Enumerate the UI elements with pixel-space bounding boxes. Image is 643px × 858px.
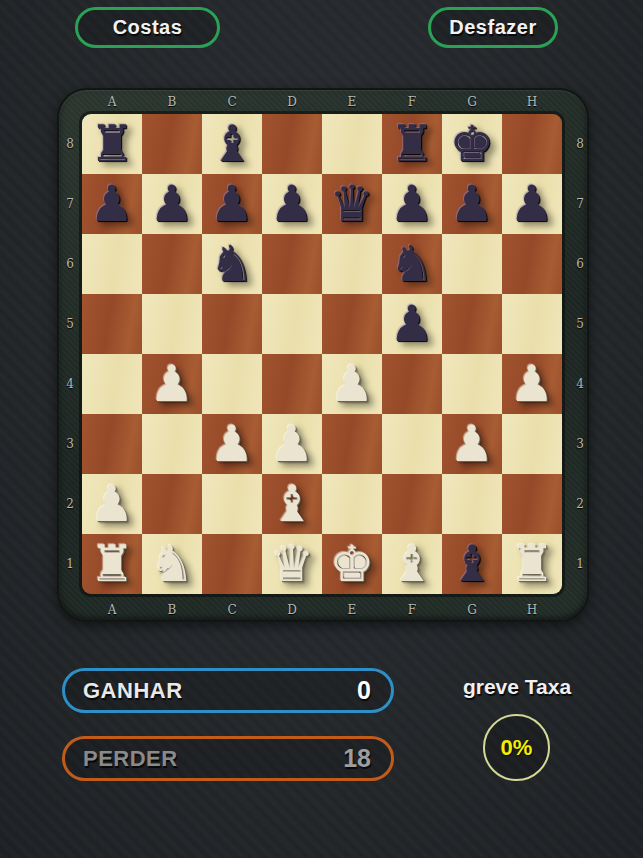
square-b1[interactable]: ♞ — [142, 534, 202, 594]
file-label-bottom-e: E — [342, 602, 362, 618]
square-d3[interactable]: ♟ — [262, 414, 322, 474]
square-a1[interactable]: ♜ — [82, 534, 142, 594]
square-g3[interactable]: ♟ — [442, 414, 502, 474]
piece-white-queen-d1[interactable]: ♛ — [270, 534, 315, 594]
square-e8[interactable] — [322, 114, 382, 174]
square-c6[interactable]: ♞ — [202, 234, 262, 294]
square-f7[interactable]: ♟ — [382, 174, 442, 234]
piece-white-bishop-f1[interactable]: ♝ — [390, 534, 435, 594]
file-label-bottom-b: B — [162, 602, 182, 618]
losses-box: PERDER 18 — [62, 736, 394, 781]
piece-white-pawn-b4[interactable]: ♟ — [150, 354, 195, 414]
piece-white-pawn-e4[interactable]: ♟ — [330, 354, 375, 414]
rank-label-right-1: 1 — [570, 556, 590, 572]
file-label-bottom-f: F — [402, 602, 422, 618]
piece-black-knight-c6[interactable]: ♞ — [210, 234, 255, 294]
losses-value: 18 — [343, 744, 371, 773]
square-f6[interactable]: ♞ — [382, 234, 442, 294]
rank-label-left-4: 4 — [60, 376, 80, 392]
file-label-top-f: F — [402, 94, 422, 110]
square-h5[interactable] — [502, 294, 562, 354]
square-c5[interactable] — [202, 294, 262, 354]
square-h6[interactable] — [502, 234, 562, 294]
file-label-top-g: G — [462, 94, 482, 110]
rank-label-right-5: 5 — [570, 316, 590, 332]
file-label-top-e: E — [342, 94, 362, 110]
square-a4[interactable] — [82, 354, 142, 414]
rank-label-right-8: 8 — [570, 136, 590, 152]
rank-label-right-2: 2 — [570, 496, 590, 512]
rank-label-left-3: 3 — [60, 436, 80, 452]
square-b2[interactable] — [142, 474, 202, 534]
square-b6[interactable] — [142, 234, 202, 294]
piece-black-queen-e7[interactable]: ♛ — [330, 174, 375, 234]
wins-value: 0 — [357, 676, 371, 705]
rank-label-left-1: 1 — [60, 556, 80, 572]
undo-button[interactable]: Desfazer — [428, 7, 558, 48]
piece-black-pawn-b7[interactable]: ♟ — [150, 174, 195, 234]
rank-label-left-2: 2 — [60, 496, 80, 512]
square-a8[interactable]: ♜ — [82, 114, 142, 174]
file-label-bottom-g: G — [462, 602, 482, 618]
square-c7[interactable]: ♟ — [202, 174, 262, 234]
file-label-bottom-a: A — [102, 602, 122, 618]
piece-white-rook-h1[interactable]: ♜ — [510, 534, 555, 594]
square-a3[interactable] — [82, 414, 142, 474]
file-label-bottom-c: C — [222, 602, 242, 618]
square-b4[interactable]: ♟ — [142, 354, 202, 414]
square-f8[interactable]: ♜ — [382, 114, 442, 174]
square-g5[interactable] — [442, 294, 502, 354]
piece-black-pawn-f5[interactable]: ♟ — [390, 294, 435, 354]
rank-label-right-6: 6 — [570, 256, 590, 272]
square-d4[interactable] — [262, 354, 322, 414]
piece-black-rook-a8[interactable]: ♜ — [90, 114, 135, 174]
square-c1[interactable] — [202, 534, 262, 594]
square-h1[interactable]: ♜ — [502, 534, 562, 594]
piece-black-pawn-a7[interactable]: ♟ — [90, 174, 135, 234]
piece-black-pawn-d7[interactable]: ♟ — [270, 174, 315, 234]
square-h3[interactable] — [502, 414, 562, 474]
piece-black-pawn-g7[interactable]: ♟ — [450, 174, 495, 234]
rank-label-left-6: 6 — [60, 256, 80, 272]
file-label-bottom-d: D — [282, 602, 302, 618]
rank-label-right-7: 7 — [570, 196, 590, 212]
piece-black-knight-f6[interactable]: ♞ — [390, 234, 435, 294]
rank-label-left-5: 5 — [60, 316, 80, 332]
square-c3[interactable]: ♟ — [202, 414, 262, 474]
piece-white-pawn-d3[interactable]: ♟ — [270, 414, 315, 474]
square-f1[interactable]: ♝ — [382, 534, 442, 594]
piece-black-pawn-f7[interactable]: ♟ — [390, 174, 435, 234]
square-a5[interactable] — [82, 294, 142, 354]
square-f2[interactable] — [382, 474, 442, 534]
chess-board-frame: AABBCCDDEEFFGGHH8877665544332211 ♜♝♜♚♟♟♟… — [57, 88, 589, 622]
square-f3[interactable] — [382, 414, 442, 474]
square-g4[interactable] — [442, 354, 502, 414]
square-d6[interactable] — [262, 234, 322, 294]
square-h4[interactable]: ♟ — [502, 354, 562, 414]
strike-rate-label: greve Taxa — [432, 675, 602, 699]
piece-black-rook-f8[interactable]: ♜ — [390, 114, 435, 174]
square-a2[interactable]: ♟ — [82, 474, 142, 534]
square-h2[interactable] — [502, 474, 562, 534]
square-b5[interactable] — [142, 294, 202, 354]
square-h8[interactable] — [502, 114, 562, 174]
rank-label-right-4: 4 — [570, 376, 590, 392]
piece-white-knight-b1[interactable]: ♞ — [150, 534, 195, 594]
wins-box: GANHAR 0 — [62, 668, 394, 713]
file-label-top-a: A — [102, 94, 122, 110]
square-b8[interactable] — [142, 114, 202, 174]
square-g1[interactable]: ♝ — [442, 534, 502, 594]
piece-white-pawn-c3[interactable]: ♟ — [210, 414, 255, 474]
file-label-bottom-h: H — [522, 602, 542, 618]
square-e2[interactable] — [322, 474, 382, 534]
square-b7[interactable]: ♟ — [142, 174, 202, 234]
square-e3[interactable] — [322, 414, 382, 474]
square-c8[interactable]: ♝ — [202, 114, 262, 174]
piece-black-king-g8[interactable]: ♚ — [450, 114, 495, 174]
square-g7[interactable]: ♟ — [442, 174, 502, 234]
back-button[interactable]: Costas — [75, 7, 220, 48]
piece-black-pawn-h7[interactable]: ♟ — [510, 174, 555, 234]
losses-label: PERDER — [83, 746, 178, 772]
piece-white-king-e1[interactable]: ♚ — [330, 534, 375, 594]
square-g2[interactable] — [442, 474, 502, 534]
square-e6[interactable] — [322, 234, 382, 294]
square-d1[interactable]: ♛ — [262, 534, 322, 594]
square-g6[interactable] — [442, 234, 502, 294]
square-a7[interactable]: ♟ — [82, 174, 142, 234]
chess-board[interactable]: ♜♝♜♚♟♟♟♟♛♟♟♟♞♞♟♟♟♟♟♟♟♟♝♜♞♛♚♝♝♜ — [82, 114, 562, 594]
piece-white-pawn-a2[interactable]: ♟ — [90, 474, 135, 534]
square-c4[interactable] — [202, 354, 262, 414]
file-label-top-d: D — [282, 94, 302, 110]
square-b3[interactable] — [142, 414, 202, 474]
square-c2[interactable] — [202, 474, 262, 534]
square-f4[interactable] — [382, 354, 442, 414]
square-g8[interactable]: ♚ — [442, 114, 502, 174]
app-screen: Costas Desfazer AABBCCDDEEFFGGHH88776655… — [0, 0, 643, 858]
rank-label-left-7: 7 — [60, 196, 80, 212]
piece-black-bishop-g1[interactable]: ♝ — [450, 534, 495, 594]
file-label-top-h: H — [522, 94, 542, 110]
rank-label-right-3: 3 — [570, 436, 590, 452]
square-e1[interactable]: ♚ — [322, 534, 382, 594]
strike-rate-badge: 0% — [483, 714, 550, 781]
square-f5[interactable]: ♟ — [382, 294, 442, 354]
square-h7[interactable]: ♟ — [502, 174, 562, 234]
square-a6[interactable] — [82, 234, 142, 294]
square-d8[interactable] — [262, 114, 322, 174]
wins-label: GANHAR — [83, 678, 183, 704]
file-label-top-c: C — [222, 94, 242, 110]
square-d2[interactable]: ♝ — [262, 474, 322, 534]
file-label-top-b: B — [162, 94, 182, 110]
piece-black-pawn-c7[interactable]: ♟ — [210, 174, 255, 234]
piece-black-bishop-c8[interactable]: ♝ — [210, 114, 255, 174]
square-d5[interactable] — [262, 294, 322, 354]
square-e7[interactable]: ♛ — [322, 174, 382, 234]
rank-label-left-8: 8 — [60, 136, 80, 152]
piece-white-bishop-d2[interactable]: ♝ — [270, 474, 315, 534]
piece-white-pawn-h4[interactable]: ♟ — [510, 354, 555, 414]
piece-white-pawn-g3[interactable]: ♟ — [450, 414, 495, 474]
square-d7[interactable]: ♟ — [262, 174, 322, 234]
piece-white-rook-a1[interactable]: ♜ — [90, 534, 135, 594]
square-e5[interactable] — [322, 294, 382, 354]
square-e4[interactable]: ♟ — [322, 354, 382, 414]
